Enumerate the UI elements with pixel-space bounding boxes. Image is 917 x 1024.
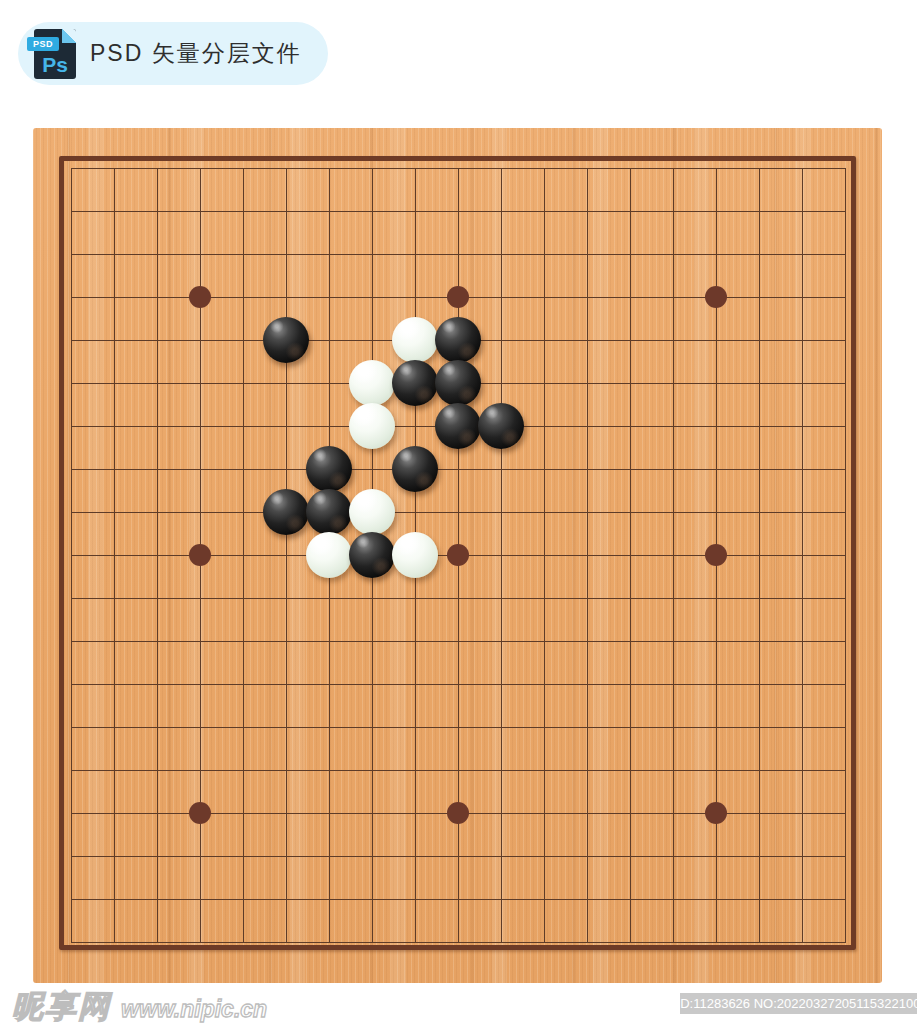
board-cell [802, 168, 845, 211]
board-cell [243, 168, 286, 211]
board-cell [243, 684, 286, 727]
board-cell [759, 770, 802, 813]
board-cell [544, 383, 587, 426]
board-cell [759, 297, 802, 340]
white-stone[interactable] [392, 317, 438, 363]
board-cell [243, 383, 286, 426]
board-cell [329, 770, 372, 813]
black-stone[interactable] [263, 317, 309, 363]
board-cell [501, 340, 544, 383]
board-cell [501, 469, 544, 512]
ps-logo-text: Ps [34, 53, 76, 77]
board-cell [372, 598, 415, 641]
board-cell [114, 598, 157, 641]
board-cell [71, 727, 114, 770]
board-cell [673, 469, 716, 512]
board-cell [673, 899, 716, 942]
board-cell [200, 684, 243, 727]
black-stone[interactable] [306, 489, 352, 535]
board-cell [286, 641, 329, 684]
board-cell [157, 641, 200, 684]
board-cell [157, 426, 200, 469]
board-cell [802, 340, 845, 383]
board-cell [630, 340, 673, 383]
white-stone[interactable] [349, 489, 395, 535]
board-cell [200, 168, 243, 211]
black-stone[interactable] [435, 403, 481, 449]
board-cell [71, 254, 114, 297]
board-cell [415, 856, 458, 899]
board-cell [759, 813, 802, 856]
board-cell [157, 899, 200, 942]
board-cell [458, 856, 501, 899]
board-cell [673, 426, 716, 469]
board-cell [716, 641, 759, 684]
board-cell [802, 469, 845, 512]
board-cell [673, 168, 716, 211]
board-cell [200, 426, 243, 469]
board-cell [630, 555, 673, 598]
board-cell [114, 211, 157, 254]
board-cell [587, 168, 630, 211]
board-cell [759, 469, 802, 512]
board-cell [630, 469, 673, 512]
board-cell [544, 168, 587, 211]
board-cell [157, 383, 200, 426]
board-cell [587, 383, 630, 426]
board-cell [544, 469, 587, 512]
board-cell [802, 426, 845, 469]
board-cell [759, 727, 802, 770]
board-cell [114, 641, 157, 684]
board-cell [544, 641, 587, 684]
board-cell [501, 168, 544, 211]
board-cell [716, 340, 759, 383]
board-cell [673, 727, 716, 770]
star-point [705, 544, 727, 566]
board-cell [458, 598, 501, 641]
board-cell [329, 598, 372, 641]
board-cell [286, 813, 329, 856]
board-cell [630, 899, 673, 942]
black-stone[interactable] [435, 317, 481, 363]
board-cell [157, 168, 200, 211]
board-cell [71, 426, 114, 469]
board-cell [802, 598, 845, 641]
board-cell [587, 813, 630, 856]
board-cell [200, 598, 243, 641]
board-cell [630, 512, 673, 555]
board-cell [200, 211, 243, 254]
board-cell [501, 899, 544, 942]
board-cell [415, 168, 458, 211]
board-cell [759, 899, 802, 942]
badge-label: PSD 矢量分层文件 [90, 38, 302, 69]
board-cell [286, 856, 329, 899]
white-stone[interactable] [349, 403, 395, 449]
board-cell [71, 856, 114, 899]
board-cell [458, 684, 501, 727]
board-cell [286, 770, 329, 813]
board-cell [71, 211, 114, 254]
board-cell [286, 598, 329, 641]
file-fold-corner-icon [62, 29, 76, 43]
board-cell [372, 641, 415, 684]
board-cell [114, 899, 157, 942]
board-cell [286, 899, 329, 942]
star-point [705, 802, 727, 824]
board-cell [716, 469, 759, 512]
board-cell [372, 168, 415, 211]
board-cell [544, 254, 587, 297]
board-cell [458, 168, 501, 211]
board-cell [501, 813, 544, 856]
star-point [189, 802, 211, 824]
board-cell [673, 598, 716, 641]
board-cell [544, 899, 587, 942]
board-cell [286, 254, 329, 297]
board-cell [243, 770, 286, 813]
board-cell [587, 899, 630, 942]
board-cell [501, 555, 544, 598]
board-cell [587, 770, 630, 813]
watermark-url: www.nipic.cn [121, 996, 267, 1023]
board-cell [372, 899, 415, 942]
board-cell [501, 254, 544, 297]
board-cell [673, 641, 716, 684]
board-cell [415, 641, 458, 684]
board-cell [114, 297, 157, 340]
board-cell [372, 770, 415, 813]
board-cell [673, 684, 716, 727]
board-cell [587, 211, 630, 254]
board-cell [114, 684, 157, 727]
board-cell [329, 641, 372, 684]
board-cell [630, 168, 673, 211]
board-cell [114, 168, 157, 211]
board-cell [200, 727, 243, 770]
board-cell [372, 211, 415, 254]
board-cell [286, 211, 329, 254]
board-cell [329, 254, 372, 297]
board-cell [759, 426, 802, 469]
board-cell [759, 340, 802, 383]
board-cell [673, 340, 716, 383]
board-cell [630, 211, 673, 254]
board-cell [716, 211, 759, 254]
board-cell [114, 727, 157, 770]
board-cell [329, 684, 372, 727]
board-cell [71, 813, 114, 856]
board-cell [372, 856, 415, 899]
board-cell [587, 254, 630, 297]
board-cell [114, 555, 157, 598]
board-cell [243, 426, 286, 469]
board-cell [501, 211, 544, 254]
star-point [447, 544, 469, 566]
board-cell [71, 770, 114, 813]
board-cell [114, 469, 157, 512]
board-cell [157, 340, 200, 383]
board-cell [630, 254, 673, 297]
board-cell [544, 426, 587, 469]
psd-badge: PSD Ps PSD 矢量分层文件 [18, 22, 328, 85]
board-cell [329, 168, 372, 211]
board-cell [200, 340, 243, 383]
board-cell [458, 727, 501, 770]
board-cell [759, 856, 802, 899]
board-cell [458, 469, 501, 512]
board-cell [243, 727, 286, 770]
board-cell [630, 297, 673, 340]
board-cell [544, 856, 587, 899]
board-cell [630, 684, 673, 727]
board-cell [587, 340, 630, 383]
board-cell [544, 512, 587, 555]
board-cell [759, 383, 802, 426]
board-cell [759, 598, 802, 641]
board-cell [587, 426, 630, 469]
board-cell [243, 254, 286, 297]
board-cell [71, 340, 114, 383]
board-cell [200, 899, 243, 942]
board-cell [716, 727, 759, 770]
black-stone[interactable] [306, 446, 352, 492]
board-cell [329, 813, 372, 856]
board-cell [587, 297, 630, 340]
board-cell [372, 813, 415, 856]
board-cell [802, 254, 845, 297]
board-cell [716, 426, 759, 469]
black-stone[interactable] [392, 446, 438, 492]
board-cell [200, 856, 243, 899]
board-cell [286, 684, 329, 727]
board-cell [501, 297, 544, 340]
watermark-site-name: 昵享网 [12, 986, 111, 1024]
black-stone[interactable] [392, 360, 438, 406]
star-point [447, 802, 469, 824]
star-point [705, 286, 727, 308]
board-cell [501, 512, 544, 555]
image-id-bar: ID:11283626 NO:20220327205115322100 [680, 993, 917, 1014]
board-cell [501, 727, 544, 770]
board-cell [630, 770, 673, 813]
black-stone[interactable] [435, 360, 481, 406]
board-cell [802, 856, 845, 899]
board-cell [544, 340, 587, 383]
board-cell [587, 469, 630, 512]
board-cell [759, 684, 802, 727]
board-cell [157, 727, 200, 770]
board-cell [71, 512, 114, 555]
board-cell [329, 899, 372, 942]
board-cell [716, 168, 759, 211]
board-cell [544, 770, 587, 813]
board-cell [329, 727, 372, 770]
board-cell [716, 598, 759, 641]
board-cell [587, 856, 630, 899]
board-cell [71, 899, 114, 942]
board-cell [458, 899, 501, 942]
board-cell [673, 211, 716, 254]
psd-ribbon-label: PSD [27, 37, 59, 51]
board-cell [759, 641, 802, 684]
board-cell [458, 211, 501, 254]
board-cell [802, 770, 845, 813]
board-cell [114, 856, 157, 899]
board-cell [802, 813, 845, 856]
black-stone[interactable] [478, 403, 524, 449]
black-stone[interactable] [263, 489, 309, 535]
board-cell [630, 813, 673, 856]
board-cell [71, 168, 114, 211]
board-cell [114, 426, 157, 469]
board-cell [200, 469, 243, 512]
board-cell [802, 512, 845, 555]
star-point [189, 286, 211, 308]
board-cell [759, 555, 802, 598]
white-stone[interactable] [349, 360, 395, 406]
board-cell [415, 598, 458, 641]
board-cell [802, 641, 845, 684]
board-cell [243, 813, 286, 856]
board-cell [415, 684, 458, 727]
board-cell [329, 856, 372, 899]
board-cell [286, 168, 329, 211]
board-cell [114, 512, 157, 555]
board-cell [415, 899, 458, 942]
go-board [33, 128, 882, 983]
board-cell [802, 383, 845, 426]
board-cell [114, 383, 157, 426]
board-cell [71, 469, 114, 512]
board-cell [114, 813, 157, 856]
star-point [189, 544, 211, 566]
board-cell [673, 383, 716, 426]
board-cell [544, 684, 587, 727]
board-cell [286, 383, 329, 426]
board-cell [759, 512, 802, 555]
board-cell [587, 727, 630, 770]
white-stone[interactable] [306, 532, 352, 578]
board-cell [587, 641, 630, 684]
board-cell [716, 684, 759, 727]
board-cell [157, 856, 200, 899]
psd-file-icon: PSD Ps [34, 29, 76, 79]
board-cell [415, 727, 458, 770]
star-point [447, 286, 469, 308]
board-cell [716, 383, 759, 426]
board-cell [759, 168, 802, 211]
board-grid [71, 168, 846, 943]
board-cell [329, 297, 372, 340]
board-cell [372, 254, 415, 297]
board-cell [114, 254, 157, 297]
board-cell [372, 684, 415, 727]
board-cell [587, 512, 630, 555]
board-cell [415, 211, 458, 254]
board-cell [458, 641, 501, 684]
board-cell [587, 555, 630, 598]
board-cell [157, 469, 200, 512]
board-cell [544, 297, 587, 340]
board-cell [759, 254, 802, 297]
board-cell [114, 770, 157, 813]
board-cell [157, 598, 200, 641]
watermark: 昵享网 www.nipic.cn [12, 986, 267, 1024]
board-cell [71, 598, 114, 641]
board-cell [802, 297, 845, 340]
board-cell [243, 899, 286, 942]
board-cell [630, 383, 673, 426]
board-cell [630, 727, 673, 770]
board-cell [71, 684, 114, 727]
board-cell [71, 555, 114, 598]
board-cell [630, 598, 673, 641]
board-cell [157, 211, 200, 254]
board-cell [501, 684, 544, 727]
board-cell [544, 555, 587, 598]
board-cell [243, 555, 286, 598]
board-cell [501, 856, 544, 899]
board-cell [243, 641, 286, 684]
board-cell [802, 727, 845, 770]
board-cell [286, 727, 329, 770]
board-cell [673, 856, 716, 899]
white-stone[interactable] [392, 532, 438, 578]
board-cell [157, 684, 200, 727]
board-cell [630, 641, 673, 684]
board-cell [501, 770, 544, 813]
board-cell [71, 641, 114, 684]
board-cell [243, 856, 286, 899]
board-cell [716, 899, 759, 942]
board-cell [544, 727, 587, 770]
board-cell [630, 426, 673, 469]
board-cell [544, 598, 587, 641]
board-cell [587, 598, 630, 641]
black-stone[interactable] [349, 532, 395, 578]
board-cell [802, 211, 845, 254]
board-cell [200, 383, 243, 426]
board-cell [329, 211, 372, 254]
board-cell [501, 598, 544, 641]
board-cell [71, 297, 114, 340]
board-cell [630, 856, 673, 899]
board-cell [200, 641, 243, 684]
board-cell [802, 555, 845, 598]
board-cell [544, 211, 587, 254]
board-cell [759, 211, 802, 254]
board-cell [544, 813, 587, 856]
board-cell [501, 641, 544, 684]
board-cell [114, 340, 157, 383]
board-cell [71, 383, 114, 426]
board-cell [243, 211, 286, 254]
board-cell [243, 598, 286, 641]
board-cell [716, 856, 759, 899]
board-cell [372, 727, 415, 770]
board-cell [587, 684, 630, 727]
board-cell [802, 899, 845, 942]
board-cell [802, 684, 845, 727]
